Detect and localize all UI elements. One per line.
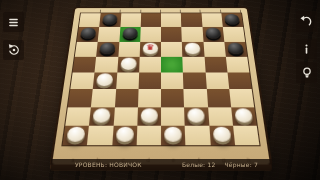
- white-man-a1[interactable]: [66, 127, 85, 142]
- square-h4[interactable]: [227, 73, 251, 90]
- menu-button[interactable]: [3, 12, 24, 32]
- square-f3[interactable]: [184, 89, 208, 107]
- square-f4[interactable]: [183, 73, 206, 90]
- square-g4[interactable]: [205, 73, 229, 90]
- status-bar: УРОВЕНЬ: НОВИЧОК Белые: 12 Чёрные: 7: [51, 159, 272, 170]
- square-a7[interactable]: [77, 27, 100, 41]
- square-b3[interactable]: [91, 89, 116, 107]
- square-c2[interactable]: [113, 107, 138, 126]
- white-count-label: Белые: 12: [182, 161, 215, 168]
- hint-bulb-icon: [300, 66, 314, 80]
- hint-button[interactable]: [296, 62, 317, 83]
- black-man-h6[interactable]: [227, 42, 244, 54]
- square-e7[interactable]: [161, 27, 182, 41]
- square-c5[interactable]: [117, 57, 140, 73]
- square-e1[interactable]: [161, 125, 186, 145]
- square-e5[interactable]: [161, 57, 183, 73]
- square-e8[interactable]: [161, 13, 182, 27]
- square-b1[interactable]: [87, 125, 113, 145]
- square-d5[interactable]: [139, 57, 161, 73]
- square-g1[interactable]: [209, 125, 235, 145]
- square-b7[interactable]: [98, 27, 120, 41]
- white-king-d6[interactable]: ♛: [143, 42, 158, 54]
- white-man-d2[interactable]: [141, 108, 158, 122]
- white-man-e1[interactable]: [164, 127, 182, 142]
- square-h7[interactable]: [223, 27, 246, 41]
- square-d6[interactable]: ♛: [139, 41, 161, 56]
- square-a1[interactable]: [63, 125, 90, 145]
- black-man-c7[interactable]: [122, 28, 137, 39]
- square-a2[interactable]: [65, 107, 91, 126]
- square-h5[interactable]: [226, 57, 250, 73]
- square-e4[interactable]: [161, 73, 184, 90]
- square-f2[interactable]: [184, 107, 209, 126]
- square-c6[interactable]: [118, 41, 140, 56]
- square-d1[interactable]: [136, 125, 161, 145]
- square-f6[interactable]: [182, 41, 204, 56]
- square-a8[interactable]: [79, 13, 101, 27]
- square-d4[interactable]: [138, 73, 161, 90]
- white-man-b4[interactable]: [96, 74, 113, 87]
- info-icon: [300, 43, 313, 56]
- square-c7[interactable]: [119, 27, 141, 41]
- square-g2[interactable]: [208, 107, 233, 126]
- white-man-f2[interactable]: [188, 108, 206, 122]
- white-man-f6[interactable]: [185, 42, 201, 54]
- white-man-b2[interactable]: [93, 108, 111, 122]
- square-f7[interactable]: [182, 27, 204, 41]
- black-count-label: Чёрные: 7: [224, 161, 258, 168]
- undo-button[interactable]: [296, 11, 317, 32]
- level-label: УРОВЕНЬ: НОВИЧОК: [75, 161, 142, 168]
- square-c3[interactable]: [114, 89, 138, 107]
- square-e2[interactable]: [161, 107, 185, 126]
- square-g7[interactable]: [202, 27, 224, 41]
- square-a5[interactable]: [73, 57, 97, 73]
- square-h6[interactable]: [224, 41, 247, 56]
- piece-counts: Белые: 12 Чёрные: 7: [182, 161, 258, 168]
- square-f8[interactable]: [181, 13, 202, 27]
- square-c4[interactable]: [116, 73, 139, 90]
- square-e6[interactable]: [161, 41, 183, 56]
- square-f5[interactable]: [183, 57, 206, 73]
- app-screen: ♛ abcdefgh УРОВЕНЬ: НОВИЧОК Белые: 12 Чё…: [0, 0, 320, 180]
- square-b5[interactable]: [95, 57, 118, 73]
- square-c1[interactable]: [112, 125, 137, 145]
- white-man-c5[interactable]: [120, 58, 136, 70]
- square-b4[interactable]: [93, 73, 117, 90]
- square-g3[interactable]: [206, 89, 231, 107]
- rotate-restart-icon: [7, 43, 21, 57]
- square-h8[interactable]: [221, 13, 243, 27]
- square-h3[interactable]: [229, 89, 254, 107]
- king-crown-icon: ♛: [143, 42, 158, 54]
- square-e3[interactable]: [161, 89, 184, 107]
- square-a3[interactable]: [68, 89, 93, 107]
- board-frame: ♛ abcdefgh: [52, 8, 270, 164]
- square-c8[interactable]: [120, 13, 141, 27]
- square-h1[interactable]: [233, 125, 260, 145]
- black-man-h8[interactable]: [224, 14, 240, 25]
- black-man-g7[interactable]: [205, 28, 221, 39]
- square-g6[interactable]: [203, 41, 226, 56]
- square-a6[interactable]: [75, 41, 98, 56]
- board-grid: ♛: [63, 13, 260, 145]
- menu-icon: [7, 16, 20, 29]
- black-man-b8[interactable]: [103, 14, 118, 25]
- white-man-c1[interactable]: [115, 127, 133, 142]
- restart-rotate-button[interactable]: [3, 40, 24, 60]
- white-man-h2[interactable]: [234, 108, 253, 122]
- white-man-g1[interactable]: [212, 127, 231, 142]
- square-d2[interactable]: [137, 107, 161, 126]
- square-b6[interactable]: [96, 41, 119, 56]
- square-d3[interactable]: [138, 89, 161, 107]
- undo-icon: [299, 14, 314, 29]
- square-d8[interactable]: [140, 13, 161, 27]
- square-g8[interactable]: [201, 13, 222, 27]
- black-man-b6[interactable]: [100, 42, 116, 54]
- info-button[interactable]: [296, 39, 317, 59]
- square-d7[interactable]: [140, 27, 161, 41]
- black-man-a7[interactable]: [80, 28, 96, 39]
- board-3d-wrap: ♛ abcdefgh: [52, 8, 270, 164]
- square-g5[interactable]: [204, 57, 227, 73]
- square-h2[interactable]: [231, 107, 257, 126]
- square-b8[interactable]: [99, 13, 120, 27]
- square-a4[interactable]: [70, 73, 94, 90]
- square-b2[interactable]: [89, 107, 114, 126]
- square-f1[interactable]: [185, 125, 210, 145]
